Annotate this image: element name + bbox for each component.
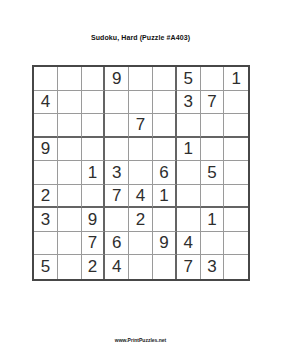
empty-cell[interactable] bbox=[129, 67, 153, 91]
given-cell[interactable]: 9 bbox=[153, 232, 177, 256]
empty-cell[interactable] bbox=[224, 255, 248, 279]
cell-digit: 1 bbox=[207, 211, 216, 228]
cell-digit: 3 bbox=[41, 211, 50, 228]
given-cell[interactable]: 1 bbox=[201, 208, 225, 232]
empty-cell[interactable] bbox=[224, 161, 248, 185]
cell-digit: 7 bbox=[183, 258, 192, 275]
empty-cell[interactable] bbox=[153, 255, 177, 279]
cell-digit: 7 bbox=[88, 234, 97, 251]
empty-cell[interactable] bbox=[34, 67, 58, 91]
empty-cell[interactable] bbox=[153, 91, 177, 115]
cell-digit: 7 bbox=[112, 187, 121, 204]
given-cell[interactable]: 3 bbox=[105, 161, 129, 185]
given-cell[interactable]: 6 bbox=[153, 161, 177, 185]
given-cell[interactable]: 1 bbox=[177, 138, 201, 162]
empty-cell[interactable] bbox=[105, 91, 129, 115]
given-cell[interactable]: 5 bbox=[34, 255, 58, 279]
cell-digit: 3 bbox=[207, 258, 216, 275]
empty-cell[interactable] bbox=[105, 208, 129, 232]
empty-cell[interactable] bbox=[105, 114, 129, 138]
given-cell[interactable]: 7 bbox=[201, 91, 225, 115]
empty-cell[interactable] bbox=[82, 138, 106, 162]
empty-cell[interactable] bbox=[129, 232, 153, 256]
empty-cell[interactable] bbox=[129, 91, 153, 115]
empty-cell[interactable] bbox=[34, 114, 58, 138]
empty-cell[interactable] bbox=[34, 161, 58, 185]
empty-cell[interactable] bbox=[153, 67, 177, 91]
empty-cell[interactable] bbox=[201, 232, 225, 256]
cell-digit: 9 bbox=[88, 211, 97, 228]
cell-digit: 2 bbox=[88, 258, 97, 275]
empty-cell[interactable] bbox=[82, 114, 106, 138]
sudoku-page: Sudoku, Hard (Puzzle #A403) 951437791136… bbox=[0, 0, 281, 363]
cell-digit: 6 bbox=[112, 234, 121, 251]
cell-digit: 2 bbox=[41, 187, 50, 204]
cell-digit: 7 bbox=[207, 93, 216, 110]
empty-cell[interactable] bbox=[105, 138, 129, 162]
given-cell[interactable]: 3 bbox=[34, 208, 58, 232]
empty-cell[interactable] bbox=[129, 138, 153, 162]
cell-digit: 9 bbox=[41, 140, 50, 157]
empty-cell[interactable] bbox=[82, 91, 106, 115]
cell-digit: 1 bbox=[159, 187, 168, 204]
empty-cell[interactable] bbox=[224, 232, 248, 256]
empty-cell[interactable] bbox=[58, 91, 82, 115]
cell-digit: 4 bbox=[136, 187, 145, 204]
empty-cell[interactable] bbox=[224, 138, 248, 162]
page-title: Sudoku, Hard (Puzzle #A403) bbox=[0, 34, 281, 41]
given-cell[interactable]: 7 bbox=[105, 185, 129, 209]
given-cell[interactable]: 5 bbox=[201, 161, 225, 185]
given-cell[interactable]: 4 bbox=[129, 185, 153, 209]
given-cell[interactable]: 4 bbox=[105, 255, 129, 279]
empty-cell[interactable] bbox=[224, 208, 248, 232]
empty-cell[interactable] bbox=[129, 161, 153, 185]
empty-cell[interactable] bbox=[58, 255, 82, 279]
empty-cell[interactable] bbox=[153, 114, 177, 138]
given-cell[interactable]: 1 bbox=[82, 161, 106, 185]
cell-digit: 4 bbox=[41, 93, 50, 110]
cell-digit: 9 bbox=[112, 70, 121, 87]
given-cell[interactable]: 5 bbox=[177, 67, 201, 91]
empty-cell[interactable] bbox=[177, 185, 201, 209]
empty-cell[interactable] bbox=[58, 185, 82, 209]
empty-cell[interactable] bbox=[82, 185, 106, 209]
empty-cell[interactable] bbox=[82, 67, 106, 91]
given-cell[interactable]: 9 bbox=[105, 67, 129, 91]
empty-cell[interactable] bbox=[58, 114, 82, 138]
empty-cell[interactable] bbox=[224, 114, 248, 138]
cell-digit: 1 bbox=[232, 70, 241, 87]
given-cell[interactable]: 9 bbox=[82, 208, 106, 232]
empty-cell[interactable] bbox=[224, 185, 248, 209]
given-cell[interactable]: 3 bbox=[201, 255, 225, 279]
given-cell[interactable]: 2 bbox=[82, 255, 106, 279]
cell-digit: 2 bbox=[136, 211, 145, 228]
empty-cell[interactable] bbox=[58, 138, 82, 162]
empty-cell[interactable] bbox=[224, 91, 248, 115]
given-cell[interactable]: 7 bbox=[82, 232, 106, 256]
empty-cell[interactable] bbox=[201, 67, 225, 91]
given-cell[interactable]: 6 bbox=[105, 232, 129, 256]
cell-digit: 1 bbox=[183, 140, 192, 157]
given-cell[interactable]: 9 bbox=[34, 138, 58, 162]
empty-cell[interactable] bbox=[129, 255, 153, 279]
sudoku-grid: 951437791136527413921769452473 bbox=[32, 65, 250, 281]
empty-cell[interactable] bbox=[153, 208, 177, 232]
cell-digit: 1 bbox=[88, 164, 97, 181]
cell-digit: 6 bbox=[159, 164, 168, 181]
cell-digit: 7 bbox=[136, 116, 145, 133]
cell-digit: 5 bbox=[207, 164, 216, 181]
empty-cell[interactable] bbox=[58, 67, 82, 91]
empty-cell[interactable] bbox=[34, 232, 58, 256]
given-cell[interactable]: 3 bbox=[177, 91, 201, 115]
empty-cell[interactable] bbox=[58, 232, 82, 256]
empty-cell[interactable] bbox=[153, 138, 177, 162]
empty-cell[interactable] bbox=[177, 208, 201, 232]
empty-cell[interactable] bbox=[177, 161, 201, 185]
given-cell[interactable]: 1 bbox=[153, 185, 177, 209]
given-cell[interactable]: 7 bbox=[177, 255, 201, 279]
given-cell[interactable]: 4 bbox=[177, 232, 201, 256]
empty-cell[interactable] bbox=[58, 161, 82, 185]
empty-cell[interactable] bbox=[201, 114, 225, 138]
cell-digit: 3 bbox=[112, 164, 121, 181]
empty-cell[interactable] bbox=[177, 114, 201, 138]
empty-cell[interactable] bbox=[58, 208, 82, 232]
footer-url: www.PrintPuzzles.net bbox=[0, 337, 281, 343]
given-cell[interactable]: 7 bbox=[129, 114, 153, 138]
cell-digit: 4 bbox=[112, 258, 121, 275]
empty-cell[interactable] bbox=[201, 138, 225, 162]
cell-digit: 9 bbox=[159, 234, 168, 251]
given-cell[interactable]: 4 bbox=[34, 91, 58, 115]
cell-digit: 5 bbox=[41, 258, 50, 275]
given-cell[interactable]: 1 bbox=[224, 67, 248, 91]
cell-digit: 5 bbox=[183, 70, 192, 87]
given-cell[interactable]: 2 bbox=[129, 208, 153, 232]
cell-digit: 4 bbox=[183, 234, 192, 251]
given-cell[interactable]: 2 bbox=[34, 185, 58, 209]
empty-cell[interactable] bbox=[201, 185, 225, 209]
cell-digit: 3 bbox=[183, 93, 192, 110]
